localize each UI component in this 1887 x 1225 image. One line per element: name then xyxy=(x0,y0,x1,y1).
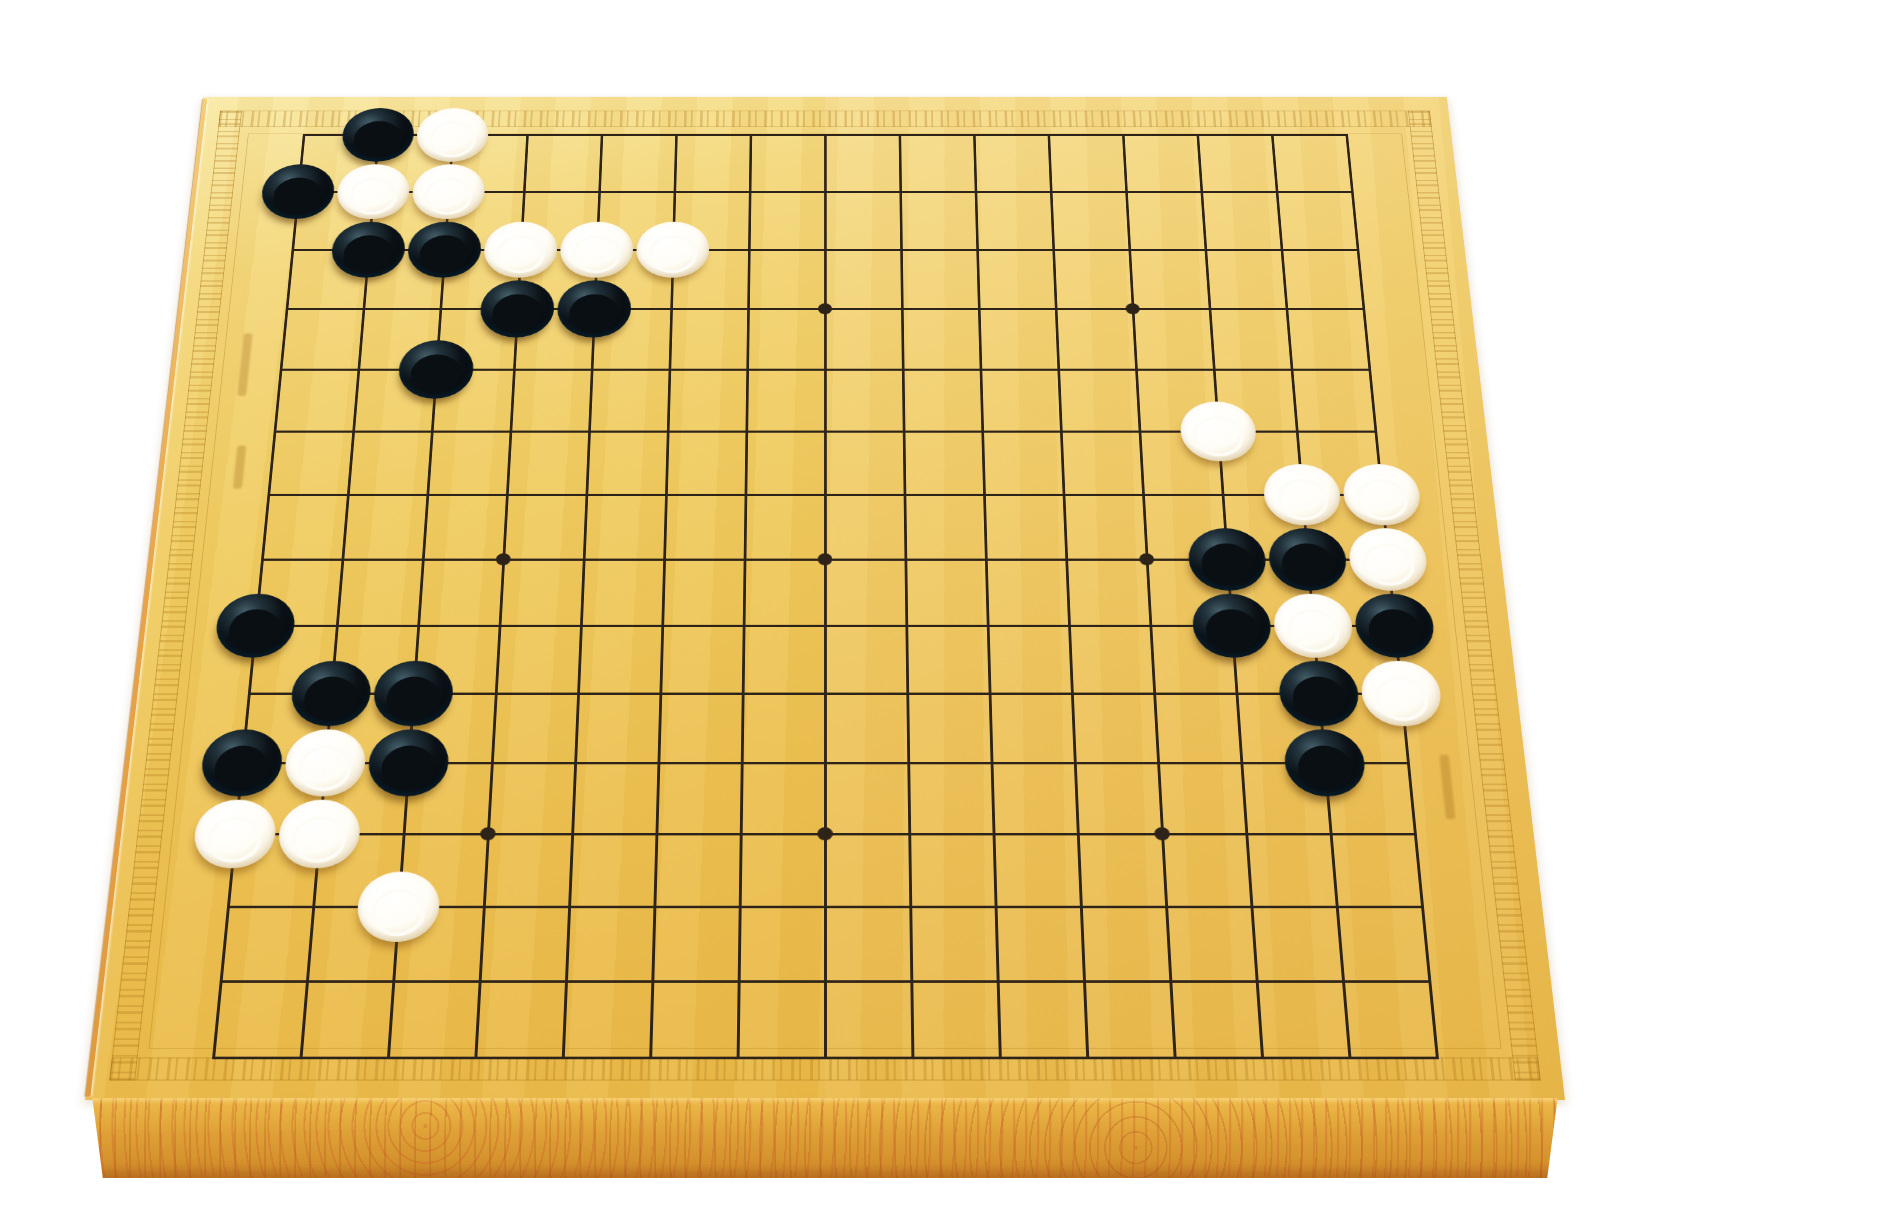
white-stone[interactable]: ○ xyxy=(1341,464,1423,525)
front-fold-seam xyxy=(85,1098,90,1178)
white-stone[interactable]: ○ xyxy=(1359,661,1444,726)
white-stone[interactable]: ○ xyxy=(1262,464,1343,525)
black-stone[interactable]: ● xyxy=(1187,528,1268,591)
white-stone[interactable]: ○ xyxy=(636,222,710,278)
black-stone[interactable]: ● xyxy=(213,594,297,658)
black-stone[interactable]: ● xyxy=(1277,661,1361,726)
white-stone[interactable]: ○ xyxy=(191,800,278,869)
white-stone[interactable]: ○ xyxy=(483,222,559,278)
black-stone[interactable]: ● xyxy=(1282,729,1367,796)
white-stone[interactable]: ○ xyxy=(283,729,368,796)
white-stone[interactable]: ○ xyxy=(355,872,441,942)
black-stone[interactable]: ● xyxy=(259,164,336,219)
white-stone[interactable]: ○ xyxy=(335,164,411,219)
black-stone[interactable]: ● xyxy=(1267,528,1349,591)
black-stone[interactable]: ● xyxy=(397,340,475,398)
black-stone[interactable]: ● xyxy=(340,108,416,162)
go-board-scene: ●○●○○●●○○○●●●○○○●●○●●○●●●●○●○●●○○○ xyxy=(85,0,1565,1225)
board-front-edge xyxy=(85,1098,1565,1178)
board-wood-surface: ●○●○○●●○○○●●●○○○●●○●●○●●●●○●○●●○○○ xyxy=(85,97,1565,1100)
black-stone[interactable]: ● xyxy=(479,280,556,337)
black-stone[interactable]: ● xyxy=(372,661,455,726)
black-stone[interactable]: ● xyxy=(366,729,450,796)
black-stone[interactable]: ● xyxy=(199,729,285,796)
white-stone[interactable]: ○ xyxy=(559,222,634,278)
black-stone[interactable]: ● xyxy=(1353,594,1437,658)
white-stone[interactable]: ○ xyxy=(1272,594,1355,658)
white-stone[interactable]: ○ xyxy=(415,108,490,162)
white-stone[interactable]: ○ xyxy=(1179,402,1258,462)
white-stone[interactable]: ○ xyxy=(411,164,487,219)
black-stone[interactable]: ● xyxy=(1191,594,1273,658)
black-stone[interactable]: ● xyxy=(330,222,407,278)
board-top-face: ●○●○○●●○○○●●●○○○●●○●●○●●●●○●○●●○○○ xyxy=(85,0,1565,1100)
white-stone[interactable]: ○ xyxy=(276,800,362,869)
photo-canvas: ●○●○○●●○○○●●●○○○●●○●●○●●●●○●○●●○○○ xyxy=(0,0,1887,1225)
black-stone[interactable]: ● xyxy=(556,280,632,337)
white-stone[interactable]: ○ xyxy=(1347,528,1430,591)
black-stone[interactable]: ● xyxy=(289,661,373,726)
black-stone[interactable]: ● xyxy=(406,222,483,278)
stones-layer: ●○●○○●●○○○●●●○○○●●○●●○●●●●○●○●●○○○ xyxy=(85,97,1565,1100)
